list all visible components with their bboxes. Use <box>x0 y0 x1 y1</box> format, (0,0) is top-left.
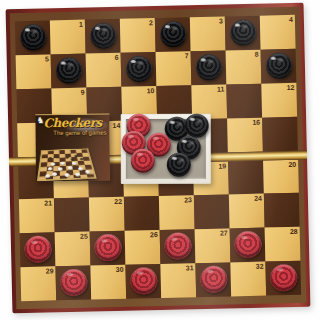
square-r1c1[interactable] <box>15 20 51 55</box>
square-r1c2[interactable]: 1 <box>50 20 86 55</box>
cover-art-white-piece <box>78 167 83 171</box>
square-r3c7[interactable] <box>226 83 262 118</box>
piece-tray[interactable] <box>121 114 211 184</box>
square-r3c8[interactable]: 12 <box>261 83 297 118</box>
square-number: 3 <box>219 17 223 24</box>
square-number: 22 <box>114 198 122 205</box>
cover-art-board <box>37 148 97 181</box>
square-number: 21 <box>44 200 52 207</box>
square-r7c3[interactable] <box>90 231 126 266</box>
red-piece[interactable] <box>94 234 122 262</box>
cover-art-white-piece <box>51 163 56 166</box>
square-number: 1 <box>79 21 83 28</box>
square-r8c2[interactable] <box>55 266 91 301</box>
square-r6c3[interactable]: 22 <box>89 197 125 232</box>
square-number: 4 <box>289 16 293 23</box>
square-r2c6[interactable] <box>191 50 227 85</box>
cover-art-white-piece <box>64 173 69 177</box>
square-r7c2[interactable]: 25 <box>55 232 91 267</box>
black-piece[interactable] <box>89 22 116 49</box>
red-piece[interactable] <box>24 236 52 264</box>
square-r7c8[interactable]: 28 <box>265 227 301 262</box>
box-cover-art <box>36 138 110 182</box>
square-number: 8 <box>255 51 259 58</box>
square-r7c7[interactable] <box>230 228 266 263</box>
cover-art-white-piece <box>58 168 63 172</box>
square-r1c5[interactable] <box>155 17 191 52</box>
square-r8c3[interactable]: 30 <box>90 265 126 300</box>
cover-art-dark-piece <box>80 158 84 160</box>
square-r4c7[interactable]: 16 <box>227 117 263 152</box>
black-piece[interactable] <box>265 52 292 79</box>
square-r8c1[interactable]: 29 <box>20 266 56 301</box>
square-r8c7[interactable]: 32 <box>230 262 266 297</box>
box-title: Checkers <box>43 116 101 131</box>
square-r2c8[interactable] <box>261 49 297 84</box>
cover-art-white-piece <box>85 170 90 174</box>
red-piece[interactable] <box>269 264 297 292</box>
red-piece[interactable] <box>129 267 157 295</box>
red-piece[interactable] <box>59 269 87 297</box>
red-piece[interactable] <box>234 231 262 259</box>
square-r2c1[interactable]: 5 <box>16 54 52 89</box>
square-r6c5[interactable]: 23 <box>159 196 195 231</box>
tray-red-piece[interactable] <box>131 149 155 173</box>
square-r6c2[interactable] <box>54 198 90 233</box>
box-cover-header: ♞ Checkers The game of games <box>35 115 109 139</box>
square-r6c4[interactable] <box>124 196 160 231</box>
square-r7c5[interactable] <box>160 229 196 264</box>
cover-art-white-piece <box>68 166 73 170</box>
box-subtitle: The game of games <box>53 130 106 136</box>
black-piece[interactable] <box>55 57 82 84</box>
board-photo: 1234567891011121314151617181920212223242… <box>0 0 320 320</box>
square-number: 25 <box>80 233 88 240</box>
square-r8c6[interactable] <box>195 263 231 298</box>
black-piece[interactable] <box>229 19 256 46</box>
square-number: 10 <box>147 87 155 94</box>
cover-art-white-piece <box>75 172 80 176</box>
square-r7c6[interactable]: 27 <box>195 229 231 264</box>
black-piece[interactable] <box>19 24 46 51</box>
cover-art-white-piece <box>47 167 52 171</box>
cover-art-dark-piece <box>65 156 69 158</box>
square-r6c8[interactable] <box>264 193 300 228</box>
cover-art-white-piece <box>53 172 58 176</box>
square-number: 28 <box>290 228 298 235</box>
square-number: 31 <box>186 264 194 271</box>
square-r1c8[interactable]: 4 <box>260 15 296 50</box>
square-number: 16 <box>252 118 260 125</box>
square-r6c1[interactable]: 21 <box>19 199 55 234</box>
square-r8c4[interactable] <box>125 264 161 299</box>
square-number: 20 <box>288 160 296 167</box>
tray-black-piece[interactable] <box>185 114 209 138</box>
square-r1c3[interactable] <box>85 19 121 54</box>
red-piece[interactable] <box>164 232 192 260</box>
cover-art-white-piece <box>45 174 50 178</box>
square-r7c4[interactable]: 26 <box>125 230 161 265</box>
square-r1c7[interactable] <box>225 16 261 51</box>
square-number: 26 <box>150 231 158 238</box>
square-number: 30 <box>116 266 124 273</box>
black-piece[interactable] <box>125 55 152 82</box>
cover-art-dark-piece <box>70 158 74 160</box>
tray-black-piece[interactable] <box>167 153 191 177</box>
game-box-cover[interactable]: ♞ Checkers The game of games <box>35 114 110 182</box>
cover-art-dark-piece <box>49 157 52 159</box>
square-r2c2[interactable] <box>51 53 87 88</box>
cover-art-dark-piece <box>74 155 78 157</box>
square-number: 14 <box>112 121 120 128</box>
square-r7c1[interactable] <box>20 233 56 268</box>
square-number: 2 <box>149 19 153 26</box>
square-r2c3[interactable]: 6 <box>86 53 122 88</box>
square-number: 24 <box>254 195 262 202</box>
square-r2c5[interactable]: 7 <box>156 51 192 86</box>
square-r2c7[interactable]: 8 <box>226 50 262 85</box>
square-number: 7 <box>185 52 189 59</box>
square-number: 9 <box>80 88 84 95</box>
square-r1c4[interactable]: 2 <box>120 18 156 53</box>
square-number: 32 <box>256 263 264 270</box>
square-r8c5[interactable]: 31 <box>160 263 196 298</box>
square-r8c8[interactable] <box>265 261 301 296</box>
square-r1c6[interactable]: 3 <box>190 16 226 51</box>
square-number: 11 <box>217 85 225 92</box>
square-number: 23 <box>184 197 192 204</box>
cover-art-white-piece <box>72 162 77 165</box>
square-number: 27 <box>220 230 228 237</box>
red-piece[interactable] <box>199 265 227 293</box>
black-piece[interactable] <box>159 21 186 48</box>
square-r5c8[interactable]: 20 <box>263 159 299 194</box>
square-number: 12 <box>287 84 295 91</box>
square-r4c8[interactable] <box>262 116 298 151</box>
black-piece[interactable] <box>195 54 222 81</box>
cover-art-dark-piece <box>56 156 59 158</box>
square-r6c6[interactable] <box>194 195 230 230</box>
square-number: 6 <box>115 54 119 61</box>
square-number: 29 <box>46 268 54 275</box>
cover-art-white-piece <box>61 162 66 165</box>
checkers-board: 1234567891011121314151617181920212223242… <box>6 3 311 314</box>
square-r6c7[interactable]: 24 <box>229 194 265 229</box>
square-r2c4[interactable] <box>121 52 157 87</box>
square-number: 19 <box>218 162 226 169</box>
square-r5c7[interactable] <box>228 160 264 195</box>
square-number: 5 <box>45 55 49 62</box>
